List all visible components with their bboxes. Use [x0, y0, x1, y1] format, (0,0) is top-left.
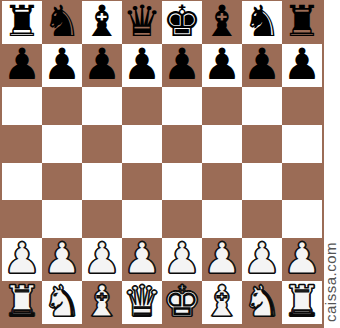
square-c8[interactable]: ♝ — [82, 1, 122, 44]
white-knight-piece: ♞ — [43, 280, 82, 323]
white-knight-piece: ♞ — [243, 280, 282, 323]
black-pawn-piece: ♟ — [163, 43, 202, 86]
white-bishop-piece: ♝ — [83, 280, 122, 323]
square-h4[interactable] — [282, 163, 322, 201]
square-h8[interactable]: ♜ — [282, 1, 322, 44]
black-king-piece: ♚ — [163, 0, 202, 43]
white-rook-piece: ♜ — [283, 280, 322, 323]
square-d4[interactable] — [122, 163, 162, 201]
square-a1[interactable]: ♜ — [2, 281, 42, 324]
square-d2[interactable]: ♟ — [122, 238, 162, 281]
black-rook-piece: ♜ — [283, 0, 322, 43]
square-f5[interactable] — [202, 125, 242, 163]
square-g6[interactable] — [242, 87, 282, 125]
white-pawn-piece: ♟ — [163, 237, 202, 280]
square-a7[interactable]: ♟ — [2, 44, 42, 87]
white-pawn-piece: ♟ — [83, 237, 122, 280]
black-pawn-piece: ♟ — [83, 43, 122, 86]
square-e1[interactable]: ♚ — [162, 281, 202, 324]
white-queen-piece: ♛ — [123, 280, 162, 323]
square-e8[interactable]: ♚ — [162, 1, 202, 44]
square-a2[interactable]: ♟ — [2, 238, 42, 281]
chess-diagram: ♜♞♝♛♚♝♞♜♟♟♟♟♟♟♟♟♟♟♟♟♟♟♟♟♜♞♝♛♚♝♞♜ caissa.… — [0, 0, 340, 328]
black-bishop-piece: ♝ — [203, 0, 242, 43]
square-h6[interactable] — [282, 87, 322, 125]
black-pawn-piece: ♟ — [3, 43, 42, 86]
square-a8[interactable]: ♜ — [2, 1, 42, 44]
square-b4[interactable] — [42, 163, 82, 201]
white-pawn-piece: ♟ — [123, 237, 162, 280]
square-a5[interactable] — [2, 125, 42, 163]
black-knight-piece: ♞ — [43, 0, 82, 43]
square-f8[interactable]: ♝ — [202, 1, 242, 44]
square-f1[interactable]: ♝ — [202, 281, 242, 324]
black-bishop-piece: ♝ — [83, 0, 122, 43]
square-h7[interactable]: ♟ — [282, 44, 322, 87]
white-pawn-piece: ♟ — [203, 237, 242, 280]
square-c1[interactable]: ♝ — [82, 281, 122, 324]
square-e7[interactable]: ♟ — [162, 44, 202, 87]
square-e6[interactable] — [162, 87, 202, 125]
black-pawn-piece: ♟ — [43, 43, 82, 86]
white-pawn-piece: ♟ — [243, 237, 282, 280]
square-d6[interactable] — [122, 87, 162, 125]
white-pawn-piece: ♟ — [43, 237, 82, 280]
square-f7[interactable]: ♟ — [202, 44, 242, 87]
square-a4[interactable] — [2, 163, 42, 201]
square-b2[interactable]: ♟ — [42, 238, 82, 281]
square-b7[interactable]: ♟ — [42, 44, 82, 87]
square-b8[interactable]: ♞ — [42, 1, 82, 44]
square-f2[interactable]: ♟ — [202, 238, 242, 281]
black-knight-piece: ♞ — [243, 0, 282, 43]
square-b5[interactable] — [42, 125, 82, 163]
square-c6[interactable] — [82, 87, 122, 125]
square-h1[interactable]: ♜ — [282, 281, 322, 324]
black-pawn-piece: ♟ — [283, 43, 322, 86]
square-c2[interactable]: ♟ — [82, 238, 122, 281]
black-pawn-piece: ♟ — [203, 43, 242, 86]
white-rook-piece: ♜ — [3, 280, 42, 323]
square-g1[interactable]: ♞ — [242, 281, 282, 324]
white-bishop-piece: ♝ — [203, 280, 242, 323]
square-c5[interactable] — [82, 125, 122, 163]
black-queen-piece: ♛ — [123, 0, 162, 43]
square-f4[interactable] — [202, 163, 242, 201]
watermark-strip: caissa.com — [324, 0, 340, 328]
chess-board: ♜♞♝♛♚♝♞♜♟♟♟♟♟♟♟♟♟♟♟♟♟♟♟♟♜♞♝♛♚♝♞♜ — [0, 0, 324, 328]
white-pawn-piece: ♟ — [283, 237, 322, 280]
square-e2[interactable]: ♟ — [162, 238, 202, 281]
square-a6[interactable] — [2, 87, 42, 125]
square-g2[interactable]: ♟ — [242, 238, 282, 281]
square-g7[interactable]: ♟ — [242, 44, 282, 87]
square-h2[interactable]: ♟ — [282, 238, 322, 281]
square-e5[interactable] — [162, 125, 202, 163]
watermark-text: caissa.com — [322, 242, 339, 322]
white-pawn-piece: ♟ — [3, 237, 42, 280]
black-pawn-piece: ♟ — [123, 43, 162, 86]
square-g4[interactable] — [242, 163, 282, 201]
square-d7[interactable]: ♟ — [122, 44, 162, 87]
square-f6[interactable] — [202, 87, 242, 125]
square-b1[interactable]: ♞ — [42, 281, 82, 324]
square-g5[interactable] — [242, 125, 282, 163]
square-d1[interactable]: ♛ — [122, 281, 162, 324]
white-king-piece: ♚ — [163, 280, 202, 323]
square-d8[interactable]: ♛ — [122, 1, 162, 44]
black-pawn-piece: ♟ — [243, 43, 282, 86]
square-c4[interactable] — [82, 163, 122, 201]
square-c7[interactable]: ♟ — [82, 44, 122, 87]
black-rook-piece: ♜ — [3, 0, 42, 43]
square-e4[interactable] — [162, 163, 202, 201]
square-b6[interactable] — [42, 87, 82, 125]
square-d5[interactable] — [122, 125, 162, 163]
square-h5[interactable] — [282, 125, 322, 163]
square-g8[interactable]: ♞ — [242, 1, 282, 44]
